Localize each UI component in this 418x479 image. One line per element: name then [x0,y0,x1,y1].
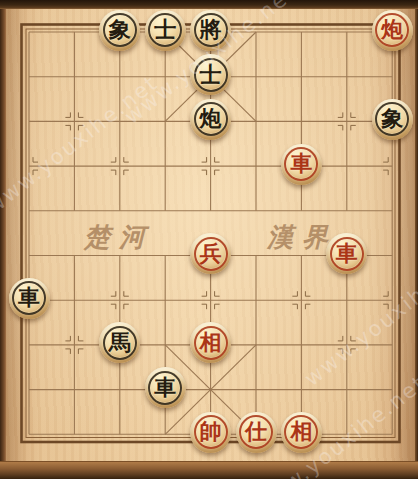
piece-red-elephant[interactable]: 相 [281,412,322,453]
piece-black-elephant[interactable]: 象 [372,99,413,140]
piece-character: 車 [154,376,176,398]
piece-character: 車 [336,242,358,264]
piece-character: 將 [200,18,222,40]
piece-red-chariot[interactable]: 車 [281,144,322,185]
piece-character: 象 [381,107,403,129]
piece-red-advisor[interactable]: 仕 [236,412,277,453]
piece-red-general[interactable]: 帥 [190,412,231,453]
piece-character: 相 [290,420,312,442]
piece-character: 炮 [200,107,222,129]
piece-black-advisor[interactable]: 士 [190,54,231,95]
xiangqi-board-screen: 楚河 漢界 象士將炮士炮象車兵車車馬相車帥仕相 www.youxihe.net … [0,0,418,479]
piece-character: 兵 [200,242,222,264]
piece-character: 相 [200,331,222,353]
pieces-layer: 象士將炮士炮象車兵車車馬相車帥仕相 [0,0,418,479]
piece-character: 車 [290,152,312,174]
piece-black-elephant[interactable]: 象 [99,10,140,51]
piece-character: 車 [18,286,40,308]
piece-character: 士 [154,18,176,40]
piece-black-advisor[interactable]: 士 [145,10,186,51]
piece-black-cannon[interactable]: 炮 [190,99,231,140]
piece-red-soldier[interactable]: 兵 [190,233,231,274]
piece-black-chariot[interactable]: 車 [145,367,186,408]
piece-black-horse[interactable]: 馬 [99,322,140,363]
piece-black-general[interactable]: 將 [190,10,231,51]
piece-character: 帥 [200,420,222,442]
piece-character: 馬 [109,331,131,353]
piece-red-elephant[interactable]: 相 [190,322,231,363]
piece-character: 仕 [245,420,267,442]
piece-red-cannon[interactable]: 炮 [372,10,413,51]
piece-character: 士 [200,63,222,85]
piece-black-chariot[interactable]: 車 [9,278,50,319]
piece-character: 象 [109,18,131,40]
piece-red-chariot[interactable]: 車 [326,233,367,274]
piece-character: 炮 [381,18,403,40]
